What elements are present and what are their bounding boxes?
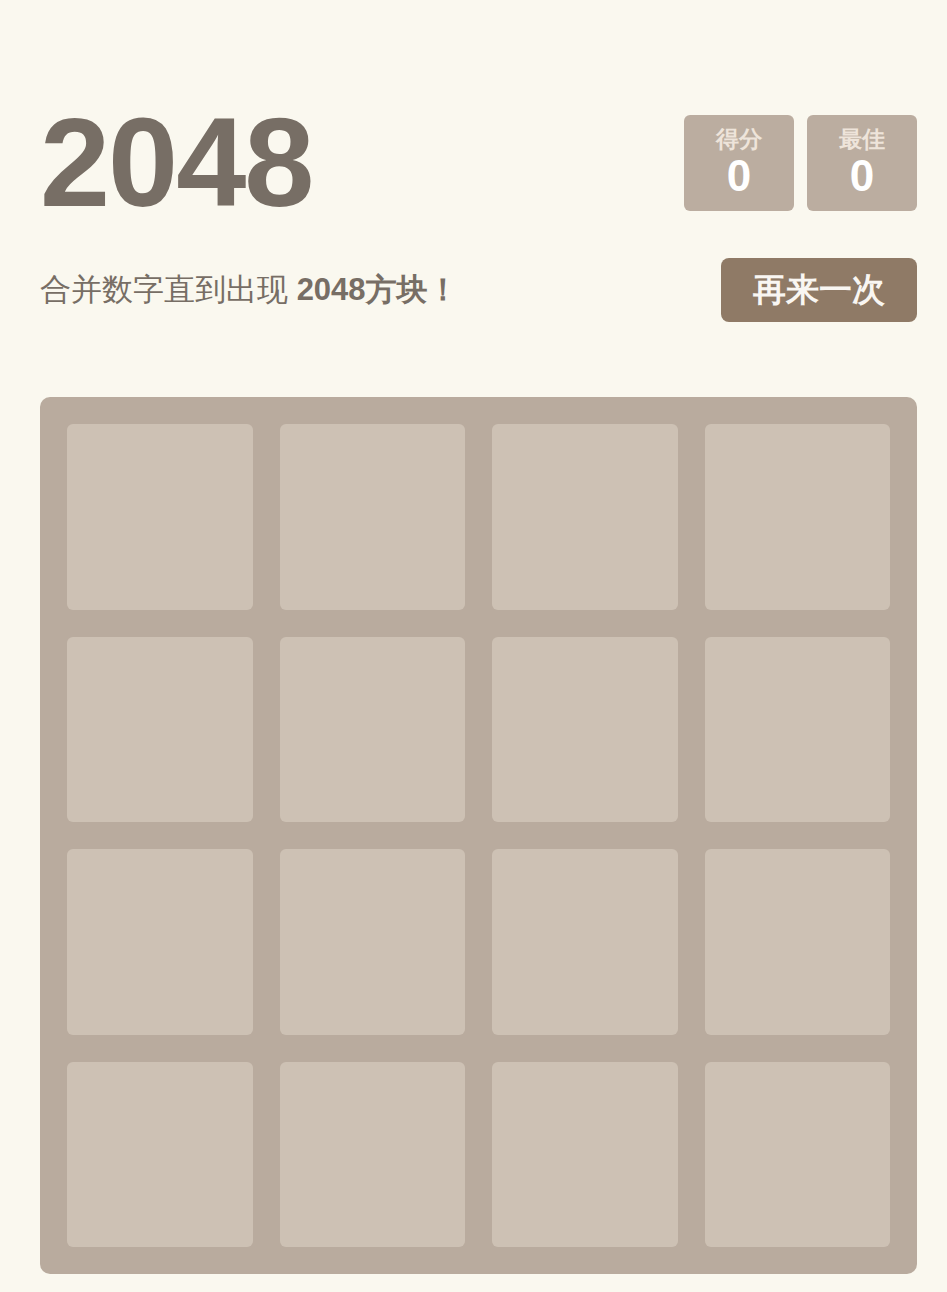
board-cell-r2c2: [492, 849, 678, 1035]
score-value: 0: [727, 152, 751, 200]
best-value: 0: [850, 152, 874, 200]
sub-header: 合并数字直到出现 2048方块！ 再来一次: [40, 258, 917, 322]
board-cell-r1c2: [492, 637, 678, 823]
game-subtitle: 合并数字直到出现 2048方块！: [40, 271, 459, 308]
board-cell-r2c3: [705, 849, 891, 1035]
board-cell-r0c1: [280, 424, 466, 610]
board-cell-r1c0: [67, 637, 253, 823]
board-cell-r0c2: [492, 424, 678, 610]
best-box: 最佳 0: [807, 115, 917, 211]
board-cell-r1c1: [280, 637, 466, 823]
board-cell-r2c0: [67, 849, 253, 1035]
board-cell-r0c0: [67, 424, 253, 610]
subtitle-text: 合并数字直到出现: [40, 272, 297, 307]
subtitle-goal-text: 2048方块！: [297, 272, 459, 307]
game-container: 2048 得分 0 最佳 0 合并数字直到出现 2048方块！ 再来一次: [40, 100, 917, 1274]
board-cell-r3c1: [280, 1062, 466, 1248]
score-label: 得分: [716, 127, 762, 152]
score-box: 得分 0: [684, 115, 794, 211]
board-cell-r3c0: [67, 1062, 253, 1248]
game-title: 2048: [40, 100, 312, 226]
restart-button[interactable]: 再来一次: [721, 258, 917, 322]
score-panel: 得分 0 最佳 0: [684, 115, 917, 211]
game-board[interactable]: [40, 397, 917, 1274]
board-cell-r3c3: [705, 1062, 891, 1248]
board-cell-r0c3: [705, 424, 891, 610]
best-label: 最佳: [839, 127, 885, 152]
board-cell-r1c3: [705, 637, 891, 823]
board-cell-r3c2: [492, 1062, 678, 1248]
board-cell-r2c1: [280, 849, 466, 1035]
header: 2048 得分 0 最佳 0: [40, 100, 917, 226]
